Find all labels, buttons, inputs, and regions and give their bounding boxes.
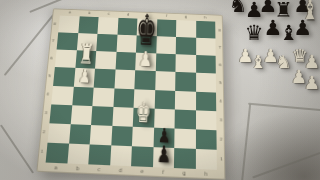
square-c7[interactable]: [96, 34, 117, 52]
rank-labels-right: 87654321: [216, 22, 225, 171]
board-grid: ♚♜♟♟♚♟♟: [46, 16, 217, 170]
file-label-h: h: [204, 16, 206, 20]
tile-grout-line: [252, 148, 320, 179]
square-h8[interactable]: [196, 21, 216, 39]
captured-black-piece-5[interactable]: ♛: [245, 25, 264, 43]
square-e6[interactable]: ♟: [135, 53, 156, 72]
square-c2[interactable]: [90, 125, 112, 145]
square-c8[interactable]: [97, 17, 118, 35]
square-c5[interactable]: [94, 69, 115, 88]
rank-label-5: 5: [48, 74, 51, 78]
rank-label-7: 7: [219, 46, 222, 50]
square-a3[interactable]: [49, 104, 71, 124]
chess-board: abcdefgh abcdefgh 87654321 87654321 ♚♜♟♟…: [36, 8, 225, 180]
square-b3[interactable]: [70, 105, 92, 125]
rank-label-6: 6: [219, 63, 222, 67]
square-h3[interactable]: [195, 110, 216, 130]
black-pawn-f1[interactable]: ♟: [156, 143, 171, 167]
square-g3[interactable]: [175, 109, 196, 129]
square-c3[interactable]: [91, 106, 113, 126]
file-label-d: d: [119, 168, 123, 173]
square-g7[interactable]: [176, 37, 196, 55]
white-bishop-on-floor[interactable]: ♝: [302, 0, 318, 24]
tile-grout-line: [248, 103, 320, 112]
square-h1[interactable]: [195, 149, 216, 170]
captured-black-pieces-tray: ♞♟♟♜♟♛♟♝♟: [218, 0, 312, 43]
square-b2[interactable]: [69, 124, 91, 144]
square-c4[interactable]: [92, 87, 114, 106]
square-d8[interactable]: [117, 18, 137, 36]
square-g5[interactable]: [175, 72, 195, 91]
file-label-d: d: [127, 13, 130, 17]
rank-label-3: 3: [220, 118, 223, 122]
square-f4[interactable]: [154, 90, 175, 110]
rank-label-1: 1: [220, 158, 223, 162]
square-c1[interactable]: [88, 144, 111, 165]
file-label-a: a: [69, 11, 72, 15]
square-a2[interactable]: [48, 123, 71, 143]
square-e5[interactable]: [134, 71, 155, 90]
square-d4[interactable]: [113, 88, 134, 107]
square-b4[interactable]: [72, 86, 94, 105]
file-label-g: g: [182, 171, 185, 177]
file-label-c: c: [108, 12, 110, 16]
rank-label-8: 8: [53, 22, 56, 26]
captured-white-piece-3[interactable]: ♞: [276, 54, 292, 69]
file-label-b: b: [88, 11, 91, 15]
rank-label-5: 5: [219, 81, 222, 85]
rank-label-3: 3: [44, 111, 47, 115]
square-f8[interactable]: [156, 19, 176, 37]
square-d6[interactable]: [115, 52, 136, 71]
square-g6[interactable]: [175, 54, 195, 73]
captured-white-piece-7[interactable]: ♟: [304, 75, 320, 90]
file-label-f: f: [162, 170, 164, 175]
square-d1[interactable]: [110, 145, 132, 166]
square-b5[interactable]: ♟: [73, 68, 95, 87]
square-h7[interactable]: [196, 38, 216, 56]
square-a7[interactable]: [57, 32, 78, 50]
rank-label-1: 1: [40, 150, 43, 154]
square-e7[interactable]: ♚: [136, 36, 156, 54]
tile-grout-line: [241, 104, 251, 180]
square-d5[interactable]: [114, 70, 135, 89]
square-d3[interactable]: [112, 107, 134, 127]
square-f7[interactable]: [156, 36, 176, 54]
file-label-c: c: [97, 167, 100, 172]
square-h2[interactable]: [195, 129, 216, 150]
file-label-f: f: [166, 14, 167, 18]
file-label-a: a: [54, 165, 58, 170]
square-f5[interactable]: [155, 71, 176, 90]
square-a6[interactable]: [55, 50, 77, 68]
photo-scene: abcdefgh abcdefgh 87654321 87654321 ♚♜♟♟…: [0, 0, 320, 180]
black-king-e7[interactable]: ♚: [135, 9, 157, 53]
square-c6[interactable]: [95, 51, 116, 70]
square-f1[interactable]: ♟: [152, 147, 174, 168]
square-g2[interactable]: [174, 128, 195, 149]
file-label-h: h: [204, 171, 207, 177]
file-label-b: b: [76, 166, 80, 171]
board-border: abcdefgh abcdefgh 87654321 87654321 ♚♜♟♟…: [36, 8, 225, 180]
square-e1[interactable]: [131, 146, 153, 167]
captured-white-pieces-tray: ♟♝♟♞♛♟♟♟: [234, 48, 320, 91]
rank-label-4: 4: [219, 100, 222, 104]
square-a5[interactable]: [53, 67, 75, 86]
file-label-g: g: [185, 15, 187, 19]
square-g1[interactable]: [174, 148, 196, 169]
square-b8[interactable]: [78, 16, 99, 34]
tile-grout-line: [0, 124, 34, 173]
square-a1[interactable]: [46, 143, 69, 164]
rank-label-6: 6: [50, 56, 53, 60]
square-h6[interactable]: [196, 55, 216, 74]
file-label-e: e: [140, 169, 143, 174]
square-a8[interactable]: [58, 16, 79, 34]
rank-label-2: 2: [220, 138, 223, 142]
square-e3[interactable]: ♚: [133, 107, 154, 127]
square-h4[interactable]: [196, 91, 217, 111]
square-d2[interactable]: [111, 126, 133, 146]
square-g8[interactable]: [176, 20, 196, 38]
rank-label-2: 2: [42, 130, 45, 134]
square-a4[interactable]: [51, 85, 73, 104]
square-g4[interactable]: [175, 90, 196, 110]
white-king-e3[interactable]: ♚: [136, 97, 152, 126]
white-pawn-b5[interactable]: ♟: [78, 67, 91, 86]
square-e2[interactable]: [132, 127, 154, 147]
white-rook-b6[interactable]: ♜: [78, 40, 95, 68]
square-d7[interactable]: [116, 35, 137, 53]
rank-label-7: 7: [52, 39, 55, 43]
rank-label-4: 4: [46, 93, 49, 97]
square-f6[interactable]: [155, 54, 175, 73]
square-b1[interactable]: [67, 143, 90, 164]
square-h5[interactable]: [196, 73, 216, 92]
